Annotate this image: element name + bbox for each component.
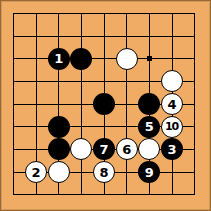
stone-move-number: 2 xyxy=(32,166,41,179)
stone-black-move-7: 7 xyxy=(93,138,115,160)
stone-black-move-3: 3 xyxy=(161,138,183,160)
grid-line-vertical-8 xyxy=(194,13,195,195)
stone-move-number: 6 xyxy=(122,143,131,156)
stone-move-number: 4 xyxy=(168,98,177,111)
stone-white-plain xyxy=(70,138,92,160)
stone-white-plain xyxy=(161,70,183,92)
go-board: 14510763289 xyxy=(0,0,211,211)
stone-black-plain xyxy=(48,116,70,138)
stone-white-move-4: 4 xyxy=(161,93,183,115)
stone-white-move-8: 8 xyxy=(93,161,115,183)
stone-move-number: 5 xyxy=(145,120,154,133)
grid-line-vertical-5 xyxy=(126,13,127,195)
stone-white-plain xyxy=(48,161,70,183)
stone-white-plain xyxy=(116,48,138,70)
stone-move-number: 1 xyxy=(54,52,63,65)
stone-black-plain xyxy=(70,48,92,70)
stone-white-plain xyxy=(138,138,160,160)
stone-black-move-9: 9 xyxy=(138,161,160,183)
stone-move-number: 3 xyxy=(168,143,177,156)
stone-white-move-10: 10 xyxy=(161,116,183,138)
stone-black-plain xyxy=(48,138,70,160)
stone-move-number: 7 xyxy=(100,143,109,156)
stone-white-move-6: 6 xyxy=(116,138,138,160)
star-point-marker xyxy=(147,56,152,61)
stone-white-move-2: 2 xyxy=(25,161,47,183)
stone-black-move-1: 1 xyxy=(48,48,70,70)
stone-black-plain xyxy=(93,93,115,115)
stone-move-number: 8 xyxy=(100,166,109,179)
stone-move-number: 10 xyxy=(165,121,178,132)
stone-black-move-5: 5 xyxy=(138,116,160,138)
stone-black-plain xyxy=(138,93,160,115)
stone-move-number: 9 xyxy=(145,166,154,179)
grid-line-horizontal-8 xyxy=(13,194,195,195)
